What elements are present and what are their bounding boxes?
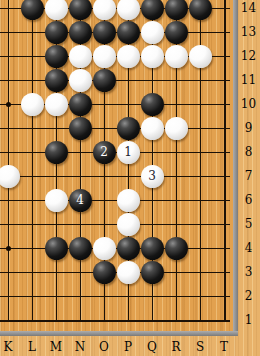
stone-black-o3[interactable] [93,261,116,284]
stone-white-o4[interactable] [93,237,116,260]
column-label-k: K [0,340,18,355]
stone-black-s14[interactable] [189,0,212,20]
stone-white-q13[interactable] [141,21,164,44]
stone-white-q9[interactable] [141,117,164,140]
column-label-n: N [70,340,90,355]
stone-black-q4[interactable] [141,237,164,260]
stone-black-o13[interactable] [93,21,116,44]
stone-black-p13[interactable] [117,21,140,44]
stone-black-m8[interactable] [45,141,68,164]
stone-black-r14[interactable] [165,0,188,20]
stone-black-q14[interactable] [141,0,164,20]
row-label-1: 1 [238,312,259,328]
stone-white-r12[interactable] [165,45,188,68]
column-label-q: Q [142,340,162,355]
stone-black-r13[interactable] [165,21,188,44]
stone-white-k7[interactable] [0,165,20,188]
stone-white-o12[interactable] [93,45,116,68]
stone-black-n13[interactable] [69,21,92,44]
stone-black-n9[interactable] [69,117,92,140]
stone-white-n12[interactable] [69,45,92,68]
column-label-p: P [118,340,138,355]
go-board[interactable]: 2134 KLMNOPQRST1413121110987654321 [0,0,260,356]
column-label-m: M [46,340,66,355]
row-label-11: 11 [238,72,259,88]
row-label-8: 8 [238,144,259,160]
stone-white-o14[interactable] [93,0,116,20]
move-number-label: 3 [148,170,156,182]
row-label-7: 7 [238,168,259,184]
row-label-13: 13 [238,24,259,40]
column-label-o: O [94,340,114,355]
row-label-9: 9 [238,120,259,136]
column-label-s: S [190,340,210,355]
stone-black-o11[interactable] [93,69,116,92]
row-label-14: 14 [238,0,259,16]
row-label-3: 3 [238,264,259,280]
stone-white-q12[interactable] [141,45,164,68]
stone-black-n14[interactable] [69,0,92,20]
column-label-l: L [22,340,42,355]
stone-black-l14[interactable] [21,0,44,20]
column-label-t: T [214,340,234,355]
stone-black-q10[interactable] [141,93,164,116]
stone-black-n6[interactable]: 4 [69,189,92,212]
stone-black-m12[interactable] [45,45,68,68]
stone-white-n11[interactable] [69,69,92,92]
stone-black-m11[interactable] [45,69,68,92]
row-label-10: 10 [238,96,259,112]
stone-grid: 2134 [0,0,236,332]
column-label-r: R [166,340,186,355]
stone-black-n4[interactable] [69,237,92,260]
stone-white-m6[interactable] [45,189,68,212]
stone-white-p8[interactable]: 1 [117,141,140,164]
stone-black-n10[interactable] [69,93,92,116]
board-bottom-edge-shadow [0,331,238,336]
stone-white-q7[interactable]: 3 [141,165,164,188]
stone-white-s12[interactable] [189,45,212,68]
stone-black-p9[interactable] [117,117,140,140]
stone-white-r9[interactable] [165,117,188,140]
row-label-6: 6 [238,192,259,208]
stone-white-p3[interactable] [117,261,140,284]
move-number-label: 1 [124,146,132,158]
stone-black-q3[interactable] [141,261,164,284]
move-number-label: 4 [76,194,84,206]
stone-white-p12[interactable] [117,45,140,68]
stone-black-r4[interactable] [165,237,188,260]
move-number-label: 2 [100,146,108,158]
stone-white-m10[interactable] [45,93,68,116]
stone-white-p6[interactable] [117,189,140,212]
stone-white-p14[interactable] [117,0,140,20]
stone-white-p5[interactable] [117,213,140,236]
stone-black-m4[interactable] [45,237,68,260]
row-label-12: 12 [238,48,259,64]
row-label-5: 5 [238,216,259,232]
stone-white-m14[interactable] [45,0,68,20]
stone-black-o8[interactable]: 2 [93,141,116,164]
stone-black-p4[interactable] [117,237,140,260]
stone-black-m13[interactable] [45,21,68,44]
stone-white-l10[interactable] [21,93,44,116]
row-label-2: 2 [238,288,259,304]
row-label-4: 4 [238,240,259,256]
